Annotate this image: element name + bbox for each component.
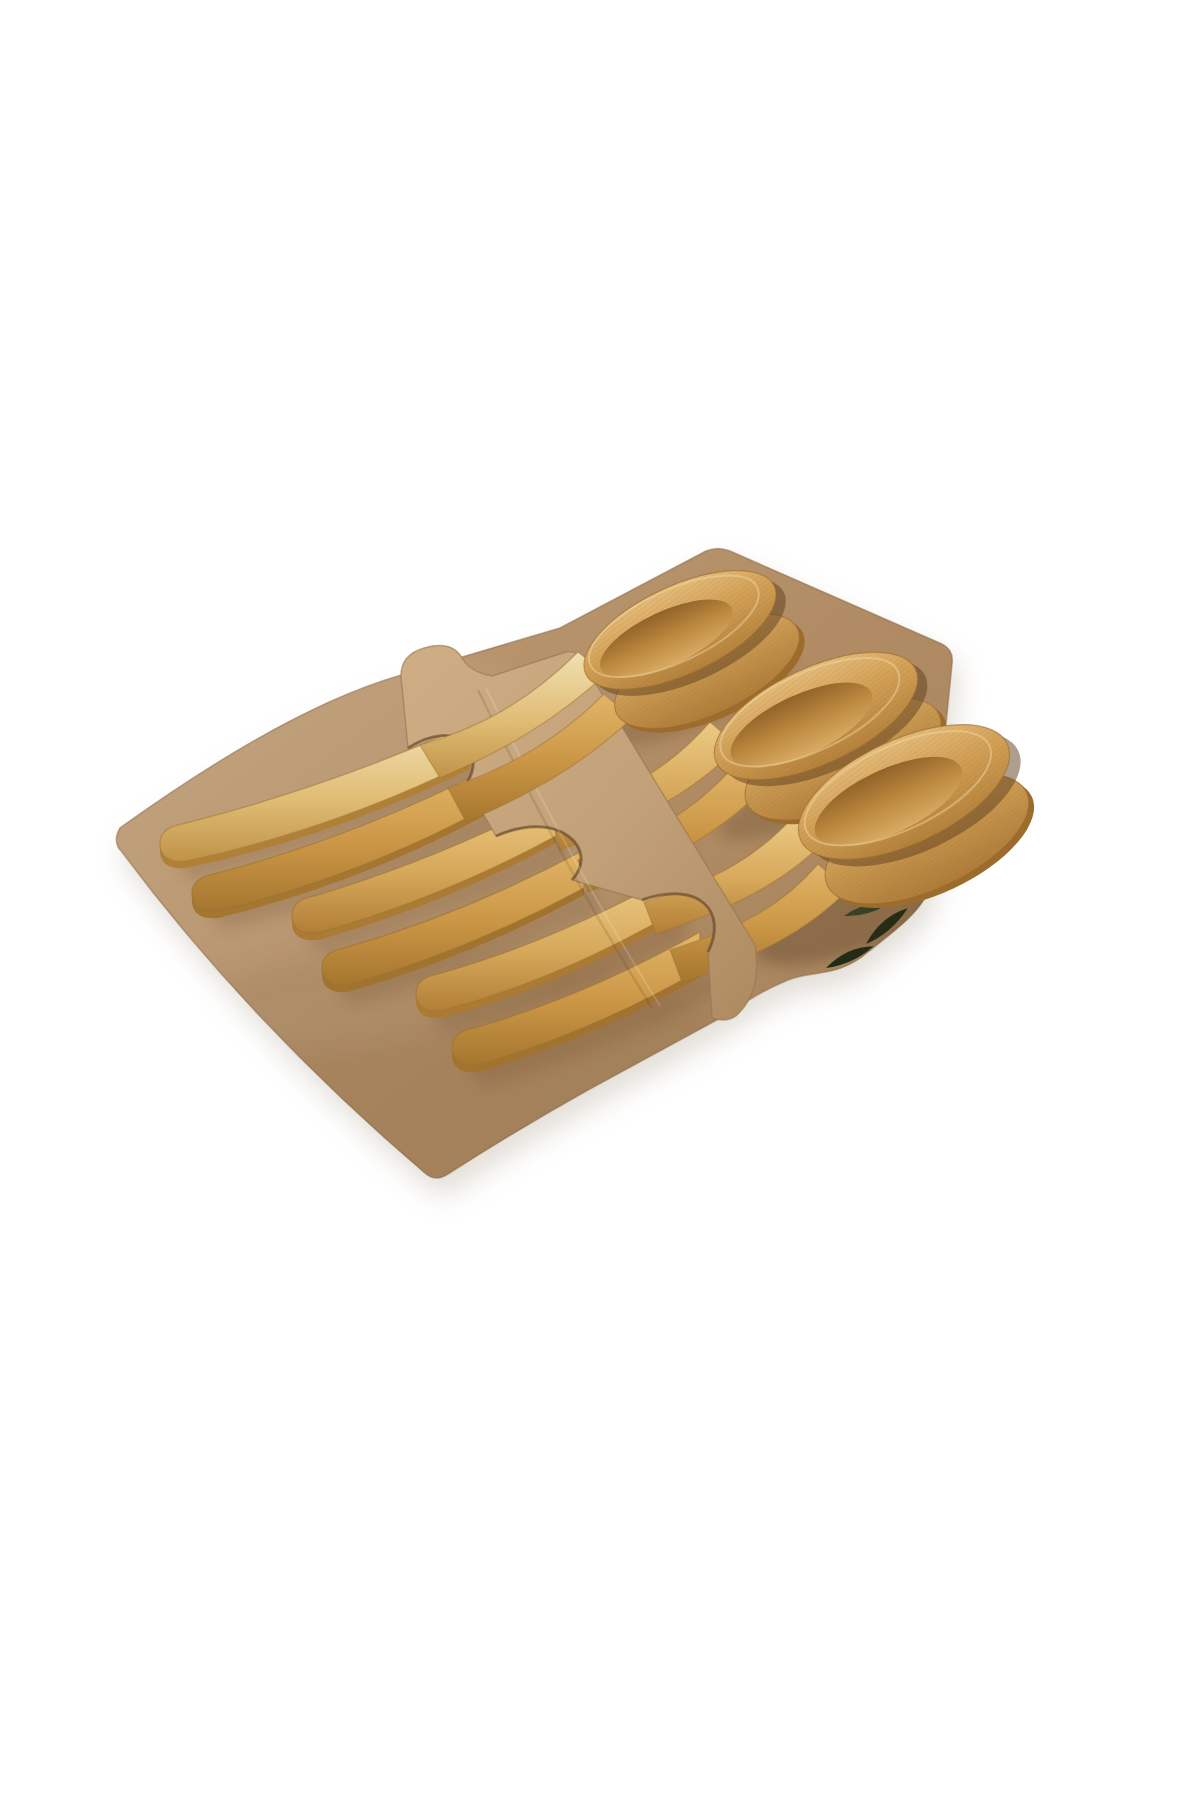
product-photo: [0, 0, 1200, 1800]
leaf-print: [852, 975, 905, 996]
leaf-print: [926, 945, 968, 966]
leaf-print: [892, 953, 945, 969]
photo-canvas: [0, 0, 1200, 1800]
